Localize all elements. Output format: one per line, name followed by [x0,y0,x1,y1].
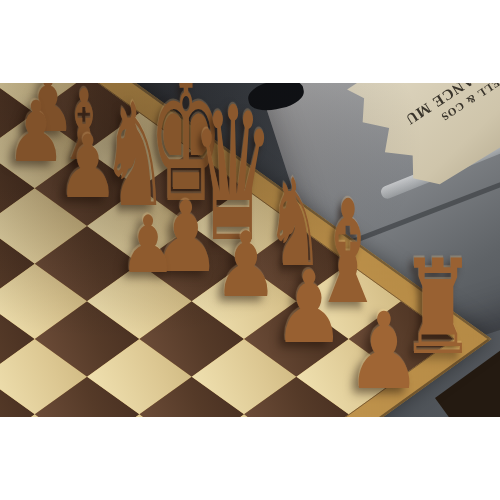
screenshot-canvas: ELL & COS LAR DANCE MU ♟♝♟♚♟♞♛♞♟♟♟♝♟♜♟ [0,0,500,500]
letterbox-bottom [0,417,500,500]
chess-photo: ELL & COS LAR DANCE MU ♟♝♟♚♟♞♛♞♟♟♟♝♟♜♟ [0,83,500,417]
piece-pawn-g7: ♟ [346,299,422,405]
piece-pawn-f7: ♟ [273,258,345,358]
piece-pawn-e7: ♟ [214,220,279,310]
letterbox-top [0,0,500,83]
pieces-layer: ♟♝♟♚♟♞♛♞♟♟♟♝♟♜♟ [0,83,500,417]
piece-pawn-c7: ♟ [120,206,177,285]
